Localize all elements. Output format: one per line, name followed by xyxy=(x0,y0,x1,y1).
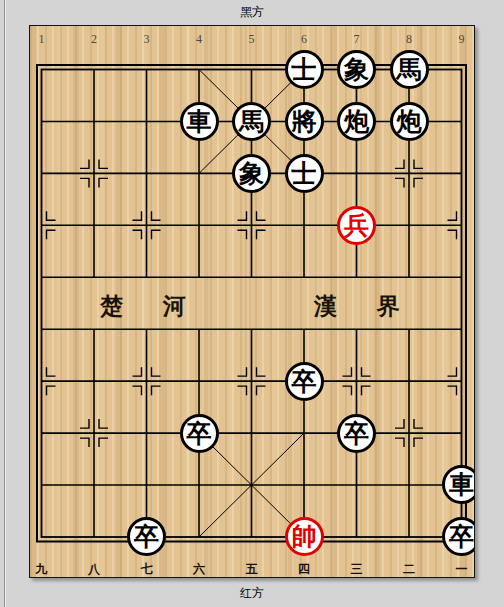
window-divider xyxy=(4,0,6,607)
black-general[interactable]: 將 xyxy=(285,102,324,141)
bottom-coordinate-5: 五 xyxy=(246,563,258,575)
bottom-coordinate-6: 四 xyxy=(298,563,310,575)
black-advisor[interactable]: 士 xyxy=(285,154,324,193)
black-chariot[interactable]: 車 xyxy=(180,102,219,141)
black-soldier[interactable]: 卒 xyxy=(337,414,376,453)
black-advisor[interactable]: 士 xyxy=(285,50,324,89)
bottom-coordinate-1: 九 xyxy=(36,563,48,575)
black-cannon[interactable]: 炮 xyxy=(390,102,429,141)
bottom-coordinate-9: 一 xyxy=(456,563,468,575)
bottom-coordinate-7: 三 xyxy=(351,563,363,575)
black-elephant[interactable]: 象 xyxy=(337,50,376,89)
red-side-label: 红方 xyxy=(0,585,504,602)
black-horse[interactable]: 馬 xyxy=(390,50,429,89)
black-chariot[interactable]: 車 xyxy=(442,465,475,504)
black-soldier[interactable]: 卒 xyxy=(442,517,475,556)
bottom-coordinate-8: 二 xyxy=(403,563,415,575)
black-soldier[interactable]: 卒 xyxy=(127,517,166,556)
red-soldier[interactable]: 兵 xyxy=(337,206,376,245)
xiangqi-board[interactable]: 楚 河 漢 界 123456789 九八七六五四三二一 士象馬車馬將炮炮象士兵卒… xyxy=(29,25,475,578)
black-soldier[interactable]: 卒 xyxy=(285,362,324,401)
black-side-label: 黑方 xyxy=(0,4,504,21)
red-general[interactable]: 帥 xyxy=(285,517,324,556)
bottom-coordinate-2: 八 xyxy=(88,563,100,575)
pieces-layer: 士象馬車馬將炮炮象士兵卒卒卒車卒帥卒 xyxy=(29,44,475,563)
black-horse[interactable]: 馬 xyxy=(232,102,271,141)
bottom-coordinate-4: 六 xyxy=(193,563,205,575)
black-cannon[interactable]: 炮 xyxy=(337,102,376,141)
black-elephant[interactable]: 象 xyxy=(232,154,271,193)
black-soldier[interactable]: 卒 xyxy=(180,414,219,453)
bottom-coordinate-3: 七 xyxy=(141,563,153,575)
